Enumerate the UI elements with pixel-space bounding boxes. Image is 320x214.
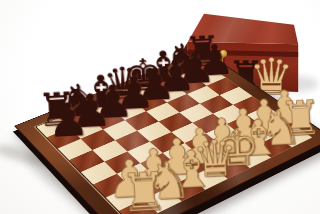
piece-white-rook: ♜	[119, 165, 169, 214]
piece-black-pawn: ♟	[46, 96, 90, 145]
chess-board: ♜♞♝♛♚♝♞♜♟♟♟♟♟♟♟♟♟♟♟♟♟♟♟♟♜♞♝♛♚♝♞♜	[14, 50, 320, 214]
board-grid: ♜♞♝♛♚♝♞♜♟♟♟♟♟♟♟♟♟♟♟♟♟♟♟♟♜♞♝♛♚♝♞♜	[36, 61, 309, 214]
chess-board-wrapper: ♜♞♝♛♚♝♞♜♟♟♟♟♟♟♟♟♟♟♟♟♟♟♟♟♜♞♝♛♚♝♞♜	[48, 10, 292, 214]
square-a1: ♜	[119, 199, 158, 214]
scene: ♜ ♛ ♜♞♝♛♚♝♞♜♟♟♟♟♟♟♟♟♟♟♟♟♟♟♟♟♜♞♝♛♚♝♞♜	[0, 0, 320, 214]
